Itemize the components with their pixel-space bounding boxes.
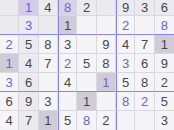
cell-r5-c3[interactable] bbox=[58, 92, 77, 111]
cell-r2-c2[interactable]: 8 bbox=[39, 35, 58, 54]
cell-r3-c3[interactable]: 2 bbox=[58, 54, 77, 73]
cell-r3-c8[interactable]: 9 bbox=[155, 54, 174, 73]
cell-r2-c7[interactable]: 7 bbox=[135, 35, 154, 54]
cell-r5-c7[interactable]: 2 bbox=[135, 92, 154, 111]
cell-r5-c6[interactable]: 8 bbox=[116, 92, 135, 111]
cell-r3-c1[interactable]: 4 bbox=[19, 54, 38, 73]
cell-r2-c4[interactable] bbox=[77, 35, 96, 54]
cell-r0-c7[interactable]: 3 bbox=[135, 0, 154, 16]
cell-r5-c5[interactable] bbox=[97, 92, 116, 111]
cell-r1-c0[interactable] bbox=[0, 16, 19, 35]
cell-r1-c4[interactable] bbox=[77, 16, 96, 35]
cell-r0-c1[interactable]: 1 bbox=[19, 0, 38, 16]
cell-r5-c4[interactable]: 1 bbox=[77, 92, 96, 111]
cell-r6-c0[interactable]: 4 bbox=[0, 111, 19, 130]
cell-r6-c6[interactable] bbox=[116, 111, 135, 130]
cell-r4-c4[interactable] bbox=[77, 73, 96, 92]
cell-r0-c0[interactable] bbox=[0, 0, 19, 16]
cell-r1-c1[interactable]: 3 bbox=[19, 16, 38, 35]
cell-r1-c5[interactable] bbox=[97, 16, 116, 35]
cell-r5-c0[interactable]: 6 bbox=[0, 92, 19, 111]
cell-r0-c8[interactable]: 6 bbox=[155, 0, 174, 16]
cell-r4-c5[interactable]: 1 bbox=[97, 73, 116, 92]
cell-r4-c8[interactable]: 2 bbox=[155, 73, 174, 92]
cell-r0-c5[interactable] bbox=[97, 0, 116, 16]
cell-r3-c5[interactable]: 8 bbox=[97, 54, 116, 73]
cell-r0-c4[interactable]: 2 bbox=[77, 0, 96, 16]
cell-r6-c5[interactable]: 2 bbox=[97, 111, 116, 130]
cell-r0-c3[interactable]: 8 bbox=[58, 0, 77, 16]
cell-r3-c7[interactable]: 6 bbox=[135, 54, 154, 73]
cell-r3-c6[interactable]: 3 bbox=[116, 54, 135, 73]
cell-r6-c4[interactable]: 8 bbox=[77, 111, 96, 130]
cell-r6-c2[interactable]: 1 bbox=[39, 111, 58, 130]
cell-r2-c1[interactable]: 5 bbox=[19, 35, 38, 54]
cell-r5-c2[interactable]: 3 bbox=[39, 92, 58, 111]
sudoku-board: 1482936312825839471147258369364158269318… bbox=[0, 0, 174, 130]
cell-r3-c0[interactable]: 1 bbox=[0, 54, 19, 73]
cell-r2-c0[interactable]: 2 bbox=[0, 35, 19, 54]
cell-r1-c3[interactable]: 1 bbox=[58, 16, 77, 35]
cell-r5-c1[interactable]: 9 bbox=[19, 92, 38, 111]
cell-r3-c2[interactable]: 7 bbox=[39, 54, 58, 73]
cell-r1-c6[interactable]: 2 bbox=[116, 16, 135, 35]
cell-r0-c2[interactable]: 4 bbox=[39, 0, 58, 16]
cell-r1-c2[interactable] bbox=[39, 16, 58, 35]
cell-r3-c4[interactable]: 5 bbox=[77, 54, 96, 73]
cell-r4-c7[interactable]: 8 bbox=[135, 73, 154, 92]
cell-r4-c2[interactable] bbox=[39, 73, 58, 92]
cell-r2-c3[interactable]: 3 bbox=[58, 35, 77, 54]
cell-r6-c7[interactable] bbox=[135, 111, 154, 130]
cell-r4-c6[interactable]: 5 bbox=[116, 73, 135, 92]
cell-r2-c5[interactable]: 9 bbox=[97, 35, 116, 54]
sudoku-app-viewport: 1482936312825839471147258369364158269318… bbox=[0, 0, 174, 130]
cell-r4-c1[interactable]: 6 bbox=[19, 73, 38, 92]
cell-r6-c1[interactable]: 7 bbox=[19, 111, 38, 130]
cell-r5-c8[interactable]: 5 bbox=[155, 92, 174, 111]
cell-r4-c3[interactable]: 4 bbox=[58, 73, 77, 92]
cell-r1-c8[interactable]: 8 bbox=[155, 16, 174, 35]
cell-r0-c6[interactable]: 9 bbox=[116, 0, 135, 16]
cell-r6-c3[interactable]: 5 bbox=[58, 111, 77, 130]
cell-r1-c7[interactable] bbox=[135, 16, 154, 35]
cell-r6-c8[interactable]: 3 bbox=[155, 111, 174, 130]
cell-r2-c8[interactable]: 1 bbox=[155, 35, 174, 54]
cell-r4-c0[interactable]: 3 bbox=[0, 73, 19, 92]
cell-r2-c6[interactable]: 4 bbox=[116, 35, 135, 54]
